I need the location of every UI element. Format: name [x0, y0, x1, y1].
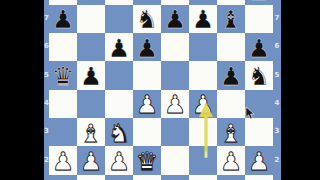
square-g7[interactable]: ♝ [217, 5, 245, 33]
square-h4[interactable] [245, 90, 273, 118]
square-g6[interactable] [217, 33, 245, 61]
square-e2[interactable] [161, 146, 189, 174]
square-d7[interactable]: ♞ [133, 5, 161, 33]
white-pawn-c2[interactable]: ♟ [108, 149, 130, 174]
square-e4[interactable]: ♟ [161, 90, 189, 118]
black-rook-a8[interactable]: ♜ [52, 0, 74, 3]
white-pawn-d4[interactable]: ♟ [136, 92, 158, 117]
rank-label-2: 2 [273, 157, 281, 164]
square-f6[interactable] [189, 33, 217, 61]
square-h3[interactable] [245, 118, 273, 146]
black-pawn-h6[interactable]: ♟ [248, 35, 270, 60]
rank-label-3: 3 [44, 128, 49, 135]
square-d4[interactable]: ♟ [133, 90, 161, 118]
rank-label-2: 2 [44, 157, 49, 164]
white-queen-d2[interactable]: ♛ [136, 149, 158, 174]
white-pawn-a2[interactable]: ♟ [52, 149, 74, 174]
black-knight-d7[interactable]: ♞ [136, 7, 158, 32]
black-knight-h5[interactable]: ♞ [248, 63, 270, 88]
square-h7[interactable] [245, 5, 273, 33]
square-f5[interactable] [189, 61, 217, 89]
square-d1[interactable]: ♜ [133, 175, 161, 180]
square-a7[interactable]: ♟ [49, 5, 77, 33]
white-bishop-g3[interactable]: ♝ [220, 120, 242, 145]
square-h2[interactable]: ♟ [245, 146, 273, 174]
white-pawn-h2[interactable]: ♟ [248, 149, 270, 174]
rank-label-7: 7 [44, 15, 49, 22]
square-a4[interactable] [49, 90, 77, 118]
square-c5[interactable] [105, 61, 133, 89]
square-e1[interactable] [161, 175, 189, 180]
square-c3[interactable]: ♞ [105, 118, 133, 146]
square-f4[interactable]: ♟ [189, 90, 217, 118]
rank-label-3: 3 [273, 128, 281, 135]
white-king-b1[interactable]: ♚ [80, 177, 102, 180]
white-rook-h1[interactable]: ♜ [248, 177, 270, 180]
black-pawn-a7[interactable]: ♟ [52, 7, 74, 32]
board-squares: ♜♝♚♜♟♞♟♟♝♟♟♟♛♟♟♞♟♟♟♝♞♝♟♟♟♛♟♟♚♜♞♜ [49, 0, 273, 180]
square-b4[interactable] [77, 90, 105, 118]
square-b5[interactable]: ♟ [77, 61, 105, 89]
square-f3[interactable] [189, 118, 217, 146]
square-e3[interactable] [161, 118, 189, 146]
square-h1[interactable]: ♜ [245, 175, 273, 180]
square-f2[interactable] [189, 146, 217, 174]
black-bishop-g7[interactable]: ♝ [220, 7, 242, 32]
rank-label-5: 5 [44, 72, 49, 79]
square-b3[interactable]: ♝ [77, 118, 105, 146]
white-pawn-f4[interactable]: ♟ [192, 92, 214, 117]
rank-label-5: 5 [273, 72, 281, 79]
black-bishop-c8[interactable]: ♝ [108, 0, 130, 3]
rank-label-4: 4 [273, 100, 281, 107]
rank-label-6: 6 [44, 43, 49, 50]
square-b2[interactable]: ♟ [77, 146, 105, 174]
black-pawn-f7[interactable]: ♟ [192, 7, 214, 32]
square-g3[interactable]: ♝ [217, 118, 245, 146]
square-f7[interactable]: ♟ [189, 5, 217, 33]
black-pawn-d6[interactable]: ♟ [136, 35, 158, 60]
square-h8[interactable]: ♜ [245, 0, 273, 5]
square-g5[interactable]: ♟ [217, 61, 245, 89]
square-d6[interactable]: ♟ [133, 33, 161, 61]
chess-board: ♜♝♚♜♟♞♟♟♝♟♟♟♛♟♟♞♟♟♟♝♞♝♟♟♟♛♟♟♚♜♞♜ 765432 … [44, 0, 281, 180]
square-a2[interactable]: ♟ [49, 146, 77, 174]
square-g2[interactable]: ♟ [217, 146, 245, 174]
square-d5[interactable] [133, 61, 161, 89]
square-c2[interactable]: ♟ [105, 146, 133, 174]
black-queen-a5[interactable]: ♛ [52, 63, 74, 88]
black-pawn-c6[interactable]: ♟ [108, 35, 130, 60]
square-g4[interactable] [217, 90, 245, 118]
square-a5[interactable]: ♛ [49, 61, 77, 89]
square-c7[interactable] [105, 5, 133, 33]
square-h6[interactable]: ♟ [245, 33, 273, 61]
letterbox-left [0, 0, 44, 180]
black-pawn-g5[interactable]: ♟ [220, 63, 242, 88]
white-knight-g1[interactable]: ♞ [220, 177, 242, 180]
black-rook-h8[interactable]: ♜ [248, 0, 270, 3]
black-pawn-b5[interactable]: ♟ [80, 63, 102, 88]
square-b6[interactable] [77, 33, 105, 61]
square-e7[interactable]: ♟ [161, 5, 189, 33]
square-c4[interactable] [105, 90, 133, 118]
square-f1[interactable] [189, 175, 217, 180]
square-a6[interactable] [49, 33, 77, 61]
white-rook-d1[interactable]: ♜ [136, 177, 158, 180]
square-d3[interactable] [133, 118, 161, 146]
square-h5[interactable]: ♞ [245, 61, 273, 89]
square-a3[interactable] [49, 118, 77, 146]
square-b1[interactable]: ♚ [77, 175, 105, 180]
white-knight-c3[interactable]: ♞ [108, 120, 130, 145]
square-e5[interactable] [161, 61, 189, 89]
square-g1[interactable]: ♞ [217, 175, 245, 180]
square-c6[interactable]: ♟ [105, 33, 133, 61]
rank-label-7: 7 [273, 15, 281, 22]
white-bishop-b3[interactable]: ♝ [80, 120, 102, 145]
rank-label-6: 6 [273, 43, 281, 50]
square-c8[interactable]: ♝ [105, 0, 133, 5]
white-pawn-e4[interactable]: ♟ [164, 92, 186, 117]
black-pawn-e7[interactable]: ♟ [164, 7, 186, 32]
square-e6[interactable] [161, 33, 189, 61]
square-d2[interactable]: ♛ [133, 146, 161, 174]
black-king-e8[interactable]: ♚ [164, 0, 186, 3]
square-b7[interactable] [77, 5, 105, 33]
letterbox-right [281, 0, 320, 180]
rank-label-4: 4 [44, 100, 49, 107]
white-pawn-g2[interactable]: ♟ [220, 149, 242, 174]
white-pawn-b2[interactable]: ♟ [80, 149, 102, 174]
